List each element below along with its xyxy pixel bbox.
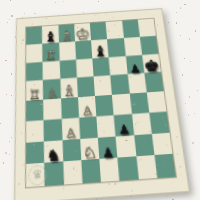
speckle-dot <box>21 180 22 181</box>
speckle-dot <box>177 153 178 154</box>
square-a3[interactable] <box>26 120 44 142</box>
speckle-dot <box>9 141 10 142</box>
square-a8[interactable] <box>26 26 42 44</box>
speckle-dot <box>194 113 195 114</box>
square-b5[interactable]: ♙ <box>43 79 61 100</box>
speckle-dot <box>5 152 7 154</box>
square-h2[interactable] <box>152 132 173 155</box>
speckle-dot <box>19 184 20 185</box>
piece-bB-e7[interactable]: ♝ <box>93 46 108 58</box>
square-d4[interactable]: ♙ <box>78 96 97 117</box>
square-d6[interactable] <box>76 58 94 78</box>
square-b6[interactable] <box>43 60 60 80</box>
speckle-dot <box>10 0 11 1</box>
square-e8[interactable] <box>90 22 107 40</box>
square-d3[interactable] <box>79 116 98 138</box>
speckle-dot <box>95 14 96 15</box>
speckle-dot <box>176 137 177 138</box>
square-a6[interactable] <box>26 62 43 82</box>
square-a7[interactable] <box>26 44 43 63</box>
speckle-dot <box>172 199 173 200</box>
speckle-dot <box>21 133 22 134</box>
speckle-dot <box>105 14 106 15</box>
speckle-dot <box>180 167 181 168</box>
speckle-dot <box>5 60 6 61</box>
photo-scene: ♝♗♔♖♝♟♚♖♙♗♙♙♟♞♘♟ ♛ <box>0 0 200 200</box>
square-b3[interactable] <box>44 119 62 141</box>
square-c3[interactable]: ♙ <box>61 117 80 139</box>
speckle-dot <box>108 18 109 19</box>
speckle-dot <box>192 142 193 143</box>
speckle-dot <box>190 61 191 62</box>
speckle-dot <box>63 188 64 189</box>
speckle-dot <box>11 137 12 138</box>
piece-bN-b2[interactable]: ♞ <box>46 149 61 163</box>
square-b4[interactable] <box>43 98 61 119</box>
speckle-dot <box>6 94 7 95</box>
speckle-dot <box>98 19 99 20</box>
piece-wR-a5[interactable]: ♖ <box>28 89 41 100</box>
speckle-dot <box>132 182 133 183</box>
speckle-dot <box>23 39 24 40</box>
speckle-dot <box>9 154 10 155</box>
piece-wK-d8[interactable]: ♔ <box>75 28 91 41</box>
speckle-dot <box>195 30 196 31</box>
speckle-dot <box>180 35 181 36</box>
speckle-dot <box>157 25 158 26</box>
square-c5[interactable]: ♗ <box>60 78 78 99</box>
speckle-dot <box>184 58 185 59</box>
piece-bP-f3[interactable]: ♟ <box>118 125 130 136</box>
chess-board[interactable]: ♝♗♔♖♝♟♚♖♙♗♙♙♟♞♘♟ ♛ <box>8 0 181 198</box>
speckle-dot <box>22 164 23 165</box>
square-h4[interactable] <box>147 91 167 112</box>
square-c4[interactable] <box>61 97 79 118</box>
square-c6[interactable] <box>59 59 76 79</box>
square-e1[interactable] <box>99 158 119 182</box>
speckle-dot <box>17 192 18 194</box>
square-h6[interactable]: ♚ <box>142 53 161 73</box>
piece-wP-b5[interactable]: ♙ <box>46 90 57 100</box>
square-c7[interactable] <box>59 41 76 60</box>
speckle-dot <box>0 123 1 124</box>
board-perspective-wrapper: ♝♗♔♖♝♟♚♖♙♗♙♙♟♞♘♟ ♛ <box>14 8 190 200</box>
square-f5[interactable] <box>110 74 129 95</box>
piece-wB-c5[interactable]: ♗ <box>62 85 77 98</box>
piece-bK-h6[interactable]: ♚ <box>143 59 160 73</box>
speckle-dot <box>182 74 184 76</box>
square-e4[interactable] <box>95 95 114 116</box>
speckle-dot <box>45 18 46 19</box>
square-e7[interactable]: ♝ <box>91 39 109 58</box>
speckle-dot <box>166 196 167 197</box>
square-a2[interactable] <box>26 141 44 164</box>
piece-wP-d4[interactable]: ♙ <box>82 107 93 117</box>
speckle-dot <box>7 22 8 23</box>
square-b2[interactable]: ♞ <box>44 140 63 163</box>
speckle-dot <box>115 183 116 184</box>
square-f8[interactable] <box>106 21 124 39</box>
piece-wP-c3[interactable]: ♙ <box>65 129 77 140</box>
speckle-dot <box>180 175 181 176</box>
square-e3[interactable] <box>96 115 115 137</box>
speckle-dot <box>22 43 23 44</box>
square-a5[interactable]: ♖ <box>26 80 43 101</box>
speckle-dot <box>176 12 177 13</box>
speckle-dot <box>96 199 97 200</box>
speckle-dot <box>46 18 47 19</box>
square-d8[interactable]: ♔ <box>74 23 91 41</box>
square-f4[interactable] <box>112 94 131 115</box>
speckle-dot <box>109 184 110 185</box>
square-f6[interactable] <box>109 56 127 76</box>
speckle-dot <box>180 7 181 8</box>
piece-bP-e2[interactable]: ♟ <box>102 148 114 159</box>
speckle-dot <box>32 25 33 26</box>
square-h1[interactable] <box>154 154 176 178</box>
speckle-dot <box>19 183 20 184</box>
square-c8[interactable]: ♗ <box>58 24 75 42</box>
piece-bB-b8[interactable]: ♝ <box>44 32 58 44</box>
piece-bP-g6[interactable]: ♟ <box>129 65 140 74</box>
speckle-dot <box>176 22 177 23</box>
square-f7[interactable] <box>107 38 125 57</box>
piece-wN-d2[interactable]: ♘ <box>82 146 97 160</box>
speckle-dot <box>3 162 4 163</box>
square-f1[interactable] <box>118 157 139 181</box>
board-grid[interactable]: ♝♗♔♖♝♟♚♖♙♗♙♙♟♞♘♟ <box>26 18 176 187</box>
speckle-dot <box>188 114 189 115</box>
square-f3[interactable]: ♟ <box>114 114 134 136</box>
speckle-dot <box>197 90 198 91</box>
piece-wB-c8[interactable]: ♗ <box>60 31 74 43</box>
square-a4[interactable] <box>26 100 44 121</box>
square-d2[interactable]: ♘ <box>80 137 99 160</box>
square-e2[interactable]: ♟ <box>98 136 118 159</box>
square-e5[interactable] <box>94 76 113 97</box>
speckle-dot <box>184 4 185 5</box>
speckle-dot <box>131 191 132 192</box>
speckle-dot <box>189 38 190 39</box>
speckle-dot <box>189 96 190 97</box>
square-c1[interactable] <box>63 160 82 184</box>
speckle-dot <box>185 103 186 104</box>
square-h8[interactable] <box>138 18 156 36</box>
square-c2[interactable] <box>62 138 81 161</box>
square-h7[interactable] <box>140 36 159 55</box>
square-h3[interactable] <box>149 111 169 133</box>
speckle-dot <box>112 17 113 18</box>
piece-wR-b7[interactable]: ♖ <box>45 51 57 62</box>
square-b8[interactable]: ♝ <box>42 25 59 43</box>
vinyl-mat: ♝♗♔♖♝♟♚♖♙♗♙♙♟♞♘♟ ♛ <box>14 8 190 200</box>
speckle-dot <box>11 95 12 96</box>
speckle-dot <box>63 1 64 2</box>
square-d5[interactable] <box>77 77 95 98</box>
square-f2[interactable] <box>116 135 136 158</box>
